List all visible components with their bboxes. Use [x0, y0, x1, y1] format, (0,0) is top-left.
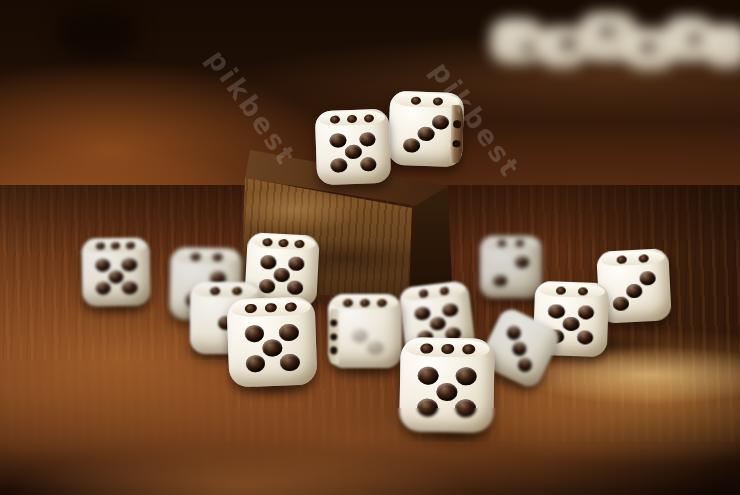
pip [273, 268, 290, 283]
pip [432, 115, 449, 130]
pip [95, 259, 110, 272]
pip [363, 114, 374, 123]
pip [411, 96, 421, 104]
pip [330, 158, 347, 173]
pip [330, 115, 341, 124]
pip [462, 344, 475, 355]
pip [376, 298, 387, 307]
pip [330, 319, 338, 326]
die-top-face [483, 238, 539, 249]
pip [639, 271, 656, 286]
die-front-face [393, 106, 459, 163]
pip [516, 355, 535, 374]
pip [455, 399, 476, 417]
die-mid-five-lower [226, 296, 317, 387]
pip [95, 242, 105, 250]
pip [264, 303, 277, 314]
pip [262, 238, 272, 246]
pip [493, 275, 507, 287]
pip [504, 323, 523, 342]
pip [367, 341, 384, 355]
pip [359, 132, 376, 147]
pip [576, 330, 593, 345]
pip [418, 289, 429, 298]
background-dark-blob [56, 8, 140, 58]
die-block-die-right [388, 91, 465, 168]
pip [626, 284, 643, 299]
die-center-blurred-die [328, 294, 402, 368]
pip [360, 157, 377, 172]
pip [244, 325, 264, 343]
pip [436, 382, 457, 400]
die-front-face [320, 124, 386, 181]
pip [210, 286, 220, 295]
die-block-die-left [315, 109, 392, 186]
pip [245, 304, 258, 315]
die-top-face [332, 296, 399, 309]
pip [453, 120, 461, 128]
pip [414, 306, 431, 321]
pip [577, 305, 594, 320]
die-top-face [194, 284, 259, 297]
background-pip-smudge [640, 42, 655, 53]
pip [562, 317, 579, 332]
pip [288, 256, 305, 271]
pip [245, 355, 265, 373]
pip [433, 97, 443, 105]
pip [403, 138, 420, 153]
pip [441, 303, 458, 318]
die-front-face [484, 248, 537, 294]
die-left-face [328, 309, 339, 365]
pip [122, 281, 137, 294]
pip [420, 343, 433, 354]
pip [455, 367, 476, 385]
pip [330, 347, 338, 354]
die-far-left-five [81, 237, 150, 306]
background-die-blob [704, 24, 740, 68]
pip [330, 333, 338, 340]
pip [232, 286, 242, 295]
die-front-face [406, 356, 488, 427]
die-front-face [233, 314, 311, 382]
pip [417, 127, 434, 142]
pip [279, 324, 299, 342]
pip [212, 253, 222, 261]
pip [638, 253, 649, 262]
pip [278, 239, 288, 247]
pip [613, 296, 630, 311]
die-front-face [86, 251, 145, 302]
background-pip-smudge [560, 38, 576, 50]
pip [287, 281, 304, 296]
pip [280, 354, 300, 372]
pip [284, 302, 297, 313]
background-pip-smudge [688, 34, 701, 44]
pip [343, 298, 354, 307]
pip [417, 398, 438, 416]
pip [345, 145, 362, 160]
background-die-blob [490, 18, 544, 64]
pip [111, 242, 121, 250]
pip [441, 344, 454, 355]
pip [260, 255, 277, 270]
pip [548, 304, 565, 319]
pip [452, 140, 460, 148]
pip [360, 298, 371, 307]
pip [578, 287, 588, 295]
pip [516, 240, 525, 247]
die-top-face [405, 340, 490, 358]
pip [108, 270, 123, 283]
pip [347, 114, 358, 123]
pip [352, 329, 369, 343]
die-front-face [602, 263, 667, 319]
pip [262, 339, 282, 357]
die-back-right-blurred [480, 236, 542, 298]
pip [122, 258, 137, 271]
pip [418, 366, 439, 384]
die-front-five [399, 337, 495, 433]
pip [429, 316, 446, 331]
pip [497, 240, 506, 247]
pip [515, 256, 529, 268]
pip [126, 242, 136, 250]
background-pip-smudge [522, 44, 534, 53]
pip [191, 252, 201, 260]
background-pip-smudge [600, 26, 614, 37]
pip [95, 282, 110, 295]
pip [295, 239, 305, 247]
pip [330, 133, 347, 148]
dice-photo-scene: pikbestpikbest [0, 0, 740, 495]
pip [510, 339, 529, 358]
pip [616, 255, 627, 264]
die-front-face [333, 309, 397, 364]
pip [439, 287, 450, 296]
pip [556, 286, 566, 294]
